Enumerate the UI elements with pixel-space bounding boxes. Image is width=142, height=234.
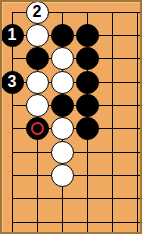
white-stone	[51, 117, 74, 140]
white-stone: 2	[26, 1, 49, 24]
white-stone	[51, 141, 74, 164]
white-stone	[51, 71, 74, 94]
grid-line-h	[12, 175, 142, 176]
black-stone: 1	[1, 24, 24, 47]
black-stone	[26, 117, 49, 140]
grid-line-h	[12, 152, 142, 153]
black-stone	[76, 117, 99, 140]
white-stone	[26, 24, 49, 47]
grid-line-v	[137, 12, 138, 234]
black-stone	[51, 24, 74, 47]
black-stone: 3	[1, 71, 24, 94]
white-stone	[51, 47, 74, 70]
black-stone	[76, 71, 99, 94]
grid-line-h	[12, 222, 142, 223]
grid-line-h	[12, 198, 142, 199]
black-stone	[76, 47, 99, 70]
white-stone	[51, 164, 74, 187]
go-board: 213	[0, 0, 142, 234]
move-number-label: 2	[33, 4, 42, 20]
move-number-label: 1	[8, 27, 17, 43]
move-number-label: 3	[8, 74, 17, 90]
white-stone	[26, 71, 49, 94]
black-stone	[76, 94, 99, 117]
red-circle-marker	[31, 122, 44, 135]
white-stone	[26, 94, 49, 117]
black-stone	[76, 24, 99, 47]
black-stone	[51, 94, 74, 117]
grid-line-v	[112, 12, 113, 234]
black-stone	[26, 47, 49, 70]
